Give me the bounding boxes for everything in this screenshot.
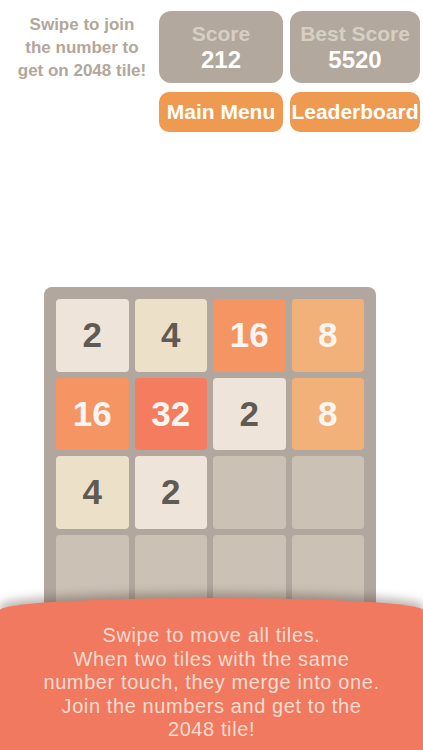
instructions-overlay: Swipe to move all tiles. When two tiles … <box>0 598 423 750</box>
instructions-line-1: Swipe to move all tiles. <box>0 624 423 648</box>
leaderboard-button[interactable]: Leaderboard <box>290 92 420 132</box>
hint-line-2: the number to <box>6 36 158 59</box>
app-screen: Swipe to join the number to get on 2048 … <box>0 0 423 750</box>
hint-line-1: Swipe to join <box>6 13 158 36</box>
tile-2-r2c3: 2 <box>213 378 286 451</box>
empty-cell-r4c3 <box>213 535 286 608</box>
instructions-line-5: 2048 tile! <box>0 718 423 742</box>
tile-8-r1c4: 8 <box>292 299 365 372</box>
tile-4-r1c2: 4 <box>135 299 208 372</box>
instructions-line-2: When two tiles with the same <box>0 648 423 672</box>
empty-cell-r4c2 <box>135 535 208 608</box>
instructions-text: Swipe to move all tiles. When two tiles … <box>0 598 423 742</box>
score-value: 212 <box>201 47 241 73</box>
tile-4-r3c1: 4 <box>56 456 129 529</box>
instructions-line-3: number touch, they merge into one. <box>0 671 423 695</box>
tile-2-r3c2: 2 <box>135 456 208 529</box>
board[interactable]: 2416816322842 <box>44 287 376 619</box>
best-score-value: 5520 <box>328 47 381 73</box>
best-score-label: Best Score <box>300 22 410 45</box>
score-box: Score 212 <box>159 11 283 83</box>
tile-2-r1c1: 2 <box>56 299 129 372</box>
tile-32-r2c2: 32 <box>135 378 208 451</box>
main-menu-button[interactable]: Main Menu <box>159 92 283 132</box>
best-score-box: Best Score 5520 <box>290 11 420 83</box>
empty-cell-r4c4 <box>292 535 365 608</box>
instructions-line-4: Join the numbers and get to the <box>0 695 423 719</box>
empty-cell-r4c1 <box>56 535 129 608</box>
hint-line-3: get on 2048 tile! <box>6 59 158 82</box>
score-label: Score <box>192 22 250 45</box>
tile-16-r1c3: 16 <box>213 299 286 372</box>
empty-cell-r3c4 <box>292 456 365 529</box>
hint-text: Swipe to join the number to get on 2048 … <box>6 13 158 82</box>
tile-8-r2c4: 8 <box>292 378 365 451</box>
empty-cell-r3c3 <box>213 456 286 529</box>
tile-16-r2c1: 16 <box>56 378 129 451</box>
